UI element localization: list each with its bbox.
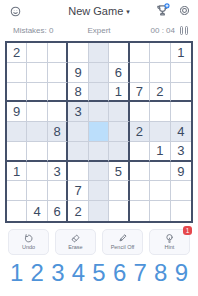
undo-button[interactable]: Undo [8,229,49,255]
cell-r1c4[interactable] [89,63,109,83]
numpad-4[interactable]: 4 [72,258,85,288]
cell-r3c4[interactable] [89,102,109,122]
cell-r5c8[interactable]: 3 [171,142,191,162]
cell-r4c2[interactable]: 8 [48,122,68,142]
cell-r2c6[interactable]: 7 [130,83,150,103]
cell-r3c2[interactable] [48,102,68,122]
numpad-5[interactable]: 5 [92,258,105,288]
gear-icon[interactable] [178,4,191,17]
cell-r0c1[interactable] [27,43,47,63]
cell-r7c8[interactable] [171,181,191,201]
hint-button[interactable]: Hint 1 [149,229,190,255]
cell-r8c3[interactable]: 2 [68,201,88,221]
cell-r1c7[interactable] [150,63,170,83]
cell-r0c5[interactable] [109,43,129,63]
cell-r4c1[interactable] [27,122,47,142]
cell-r4c7[interactable] [150,122,170,142]
cell-r8c6[interactable] [130,201,150,221]
cell-r8c5[interactable] [109,201,129,221]
cell-r2c1[interactable] [27,83,47,103]
cell-r3c3[interactable]: 3 [68,102,88,122]
cell-r5c5[interactable] [109,142,129,162]
cell-r0c3[interactable] [68,43,88,63]
cell-r2c8[interactable] [171,83,191,103]
numpad-3[interactable]: 3 [51,258,64,288]
toolbar: Undo Erase Pencil Off [8,229,190,255]
sudoku-app: New Game ▾ Mistakes: 0 Expert [0,0,198,296]
cell-r4c6[interactable]: 2 [130,122,150,142]
cell-r4c0[interactable] [7,122,27,142]
pause-icon[interactable] [179,25,189,36]
cell-r8c1[interactable]: 4 [27,201,47,221]
cell-r5c6[interactable] [130,142,150,162]
cell-r6c7[interactable] [150,162,170,182]
cell-r1c0[interactable] [7,63,27,83]
cell-r2c5[interactable]: 1 [109,83,129,103]
pencil-label: Pencil Off [111,245,135,251]
cell-r7c5[interactable] [109,181,129,201]
cell-r6c4[interactable] [89,162,109,182]
pencil-button[interactable]: Pencil Off [102,229,143,255]
chevron-down-icon: ▾ [126,8,130,15]
difficulty-label: Expert [87,26,110,35]
cell-r4c4[interactable] [89,122,109,142]
status-bar: Mistakes: 0 Expert 00 : 04 [0,25,198,37]
cell-r6c5[interactable]: 5 [109,162,129,182]
cell-r7c6[interactable] [130,181,150,201]
cell-r0c8[interactable]: 1 [171,43,191,63]
smiley-icon[interactable] [9,5,22,18]
trophy-icon[interactable] [155,3,170,18]
cell-r7c0[interactable] [7,181,27,201]
numpad-7[interactable]: 7 [133,258,146,288]
cell-r6c0[interactable]: 1 [7,162,27,182]
cell-r1c2[interactable] [48,63,68,83]
hint-badge: 1 [183,226,192,235]
cell-r5c3[interactable] [68,142,88,162]
undo-label: Undo [22,245,35,251]
cell-r1c6[interactable] [130,63,150,83]
cell-r6c3[interactable] [68,162,88,182]
cell-r2c4[interactable] [89,83,109,103]
mistakes-counter: Mistakes: 0 [13,26,53,35]
timer: 00 : 04 [151,26,175,35]
numpad-9[interactable]: 9 [175,258,188,288]
cell-r3c5[interactable] [109,102,129,122]
cell-r8c8[interactable] [171,201,191,221]
cell-r6c2[interactable]: 3 [48,162,68,182]
erase-button[interactable]: Erase [55,229,96,255]
cell-r1c3[interactable]: 9 [68,63,88,83]
sudoku-board: 21968172938241313597462 [5,41,193,223]
numpad-6[interactable]: 6 [113,258,126,288]
cell-r0c0[interactable]: 2 [7,43,27,63]
cell-r7c4[interactable] [89,181,109,201]
cell-r1c1[interactable] [27,63,47,83]
cell-r5c7[interactable]: 1 [150,142,170,162]
cell-r3c0[interactable]: 9 [7,102,27,122]
cell-r5c0[interactable] [7,142,27,162]
cell-r2c3[interactable]: 8 [68,83,88,103]
page-title: New Game [68,5,123,17]
erase-label: Erase [68,245,82,251]
cell-r7c3[interactable]: 7 [68,181,88,201]
cell-r4c8[interactable]: 4 [171,122,191,142]
cell-r5c2[interactable] [48,142,68,162]
numpad-1[interactable]: 1 [10,258,23,288]
numpad-8[interactable]: 8 [154,258,167,288]
cell-r2c2[interactable] [48,83,68,103]
hint-label: Hint [165,245,175,251]
cell-r4c3[interactable] [68,122,88,142]
cell-r7c1[interactable] [27,181,47,201]
cell-r3c7[interactable] [150,102,170,122]
cell-r1c5[interactable]: 6 [109,63,129,83]
cell-r0c4[interactable] [89,43,109,63]
cell-r0c2[interactable] [48,43,68,63]
cell-r2c0[interactable] [7,83,27,103]
cell-r3c8[interactable] [171,102,191,122]
cell-r0c7[interactable] [150,43,170,63]
cell-r3c1[interactable] [27,102,47,122]
cell-r5c1[interactable] [27,142,47,162]
numpad-2[interactable]: 2 [31,258,44,288]
cell-r0c6[interactable] [130,43,150,63]
cell-r6c6[interactable] [130,162,150,182]
cell-r7c7[interactable] [150,181,170,201]
cell-r8c7[interactable] [150,201,170,221]
cell-r6c8[interactable]: 9 [171,162,191,182]
cell-r8c0[interactable] [7,201,27,221]
cell-r5c4[interactable] [89,142,109,162]
new-game-dropdown[interactable]: New Game ▾ [68,5,130,17]
cell-r8c4[interactable] [89,201,109,221]
cell-r2c7[interactable]: 2 [150,83,170,103]
number-pad: 123456789 [0,258,198,288]
cell-r6c1[interactable] [27,162,47,182]
cell-r4c5[interactable] [109,122,129,142]
cell-r1c8[interactable] [171,63,191,83]
cell-r3c6[interactable] [130,102,150,122]
cell-r8c2[interactable]: 6 [48,201,68,221]
cell-r7c2[interactable] [48,181,68,201]
